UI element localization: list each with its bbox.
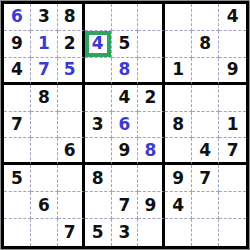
given-digit: 3: [92, 116, 104, 133]
given-digit: 6: [64, 142, 76, 159]
cell-r4c6[interactable]: 2: [138, 85, 165, 112]
cell-r8c7[interactable]: 4: [165, 192, 192, 219]
cell-r9c3[interactable]: 7: [58, 219, 85, 246]
given-digit: 2: [64, 35, 76, 52]
cell-r6c5[interactable]: 9: [112, 138, 139, 165]
cell-r4c3[interactable]: [58, 85, 85, 112]
given-digit: 3: [119, 224, 131, 241]
cell-r7c3[interactable]: [58, 165, 85, 192]
given-digit: 1: [172, 61, 184, 78]
given-digit: 4: [11, 61, 23, 78]
cell-r1c9[interactable]: 4: [219, 4, 246, 31]
given-digit: 1: [227, 116, 239, 133]
user-digit: 5: [64, 61, 76, 78]
cell-r7c2[interactable]: [31, 165, 58, 192]
cell-r6c7[interactable]: [165, 138, 192, 165]
cell-r6c4[interactable]: [85, 138, 112, 165]
cell-r3c4[interactable]: [85, 58, 112, 85]
given-digit: 8: [199, 35, 211, 52]
cell-r4c1[interactable]: [4, 85, 31, 112]
cell-r8c6[interactable]: 9: [138, 192, 165, 219]
user-digit: 1: [38, 35, 50, 52]
cell-r1c2[interactable]: 3: [31, 4, 58, 31]
given-digit: 9: [227, 61, 239, 78]
cell-r8c8[interactable]: [192, 192, 219, 219]
cell-r2c6[interactable]: [138, 31, 165, 58]
given-digit: 4: [227, 8, 239, 25]
cell-r3c5[interactable]: 8: [112, 58, 139, 85]
cell-r9c5[interactable]: 3: [112, 219, 139, 246]
cell-r2c5[interactable]: 5: [112, 31, 139, 58]
cell-r3c1[interactable]: 4: [4, 58, 31, 85]
cell-r9c8[interactable]: [192, 219, 219, 246]
cell-r7c7[interactable]: 9: [165, 165, 192, 192]
cell-r5c1[interactable]: 7: [4, 112, 31, 139]
cell-r5c6[interactable]: [138, 112, 165, 139]
sudoku-board-grid: 6384912458475819842736816984758976794753: [1, 1, 249, 249]
cell-r7c5[interactable]: [112, 165, 139, 192]
cell-r9c9[interactable]: [219, 219, 246, 246]
user-digit: 8: [119, 61, 131, 78]
given-digit: 4: [119, 89, 131, 106]
cell-r2c2[interactable]: 1: [31, 31, 58, 58]
cell-r1c6[interactable]: [138, 4, 165, 31]
given-digit: 7: [11, 116, 23, 133]
cell-r8c9[interactable]: [219, 192, 246, 219]
cell-r9c2[interactable]: [31, 219, 58, 246]
cell-r9c7[interactable]: [165, 219, 192, 246]
cell-r8c2[interactable]: 6: [31, 192, 58, 219]
given-digit: 5: [92, 224, 104, 241]
cell-r2c8[interactable]: 8: [192, 31, 219, 58]
given-digit: 9: [119, 142, 131, 159]
cell-r4c7[interactable]: [165, 85, 192, 112]
cell-r3c2[interactable]: 7: [31, 58, 58, 85]
given-digit: 9: [144, 197, 156, 214]
cell-r7c8[interactable]: 7: [192, 165, 219, 192]
given-digit: 7: [199, 170, 211, 187]
given-digit: 4: [172, 197, 184, 214]
cell-r1c1[interactable]: 6: [4, 4, 31, 31]
cell-r5c4[interactable]: 3: [85, 112, 112, 139]
cell-r5c8[interactable]: [192, 112, 219, 139]
cell-r4c5[interactable]: 4: [112, 85, 139, 112]
given-digit: 7: [227, 142, 239, 159]
cell-r1c8[interactable]: [192, 4, 219, 31]
given-digit: 2: [144, 89, 156, 106]
cell-r6c8[interactable]: 4: [192, 138, 219, 165]
cell-r1c5[interactable]: [112, 4, 139, 31]
cell-r8c5[interactable]: 7: [112, 192, 139, 219]
user-digit: 4: [92, 35, 104, 52]
cell-r6c2[interactable]: [31, 138, 58, 165]
cell-r9c6[interactable]: [138, 219, 165, 246]
user-digit: 8: [144, 142, 156, 159]
given-digit: 9: [11, 35, 23, 52]
given-digit: 7: [64, 224, 76, 241]
cell-r2c9[interactable]: [219, 31, 246, 58]
cell-r8c1[interactable]: [4, 192, 31, 219]
cell-r5c5[interactable]: 6: [112, 112, 139, 139]
given-digit: 8: [64, 8, 76, 25]
cell-r2c3[interactable]: 2: [58, 31, 85, 58]
cell-r6c6[interactable]: 8: [138, 138, 165, 165]
given-digit: 9: [172, 170, 184, 187]
cell-r1c7[interactable]: [165, 4, 192, 31]
cell-r6c1[interactable]: [4, 138, 31, 165]
given-digit: 4: [199, 142, 211, 159]
cell-r7c4[interactable]: 8: [85, 165, 112, 192]
cell-r9c4[interactable]: 5: [85, 219, 112, 246]
cell-r3c6[interactable]: [138, 58, 165, 85]
cell-r5c3[interactable]: [58, 112, 85, 139]
cell-r4c2[interactable]: 8: [31, 85, 58, 112]
cell-r5c9[interactable]: 1: [219, 112, 246, 139]
given-digit: 5: [11, 170, 23, 187]
cell-r3c7[interactable]: 1: [165, 58, 192, 85]
cell-r4c4[interactable]: [85, 85, 112, 112]
given-digit: 5: [119, 35, 131, 52]
user-digit: 7: [38, 61, 50, 78]
given-digit: 8: [38, 89, 50, 106]
selected-cell-r2c4[interactable]: 4: [85, 31, 112, 58]
cell-r9c1[interactable]: [4, 219, 31, 246]
cell-r2c1[interactable]: 9: [4, 31, 31, 58]
cell-r1c3[interactable]: 8: [58, 4, 85, 31]
given-digit: 6: [38, 197, 50, 214]
cell-r5c2[interactable]: [31, 112, 58, 139]
cell-r3c3[interactable]: 5: [58, 58, 85, 85]
cell-r6c3[interactable]: 6: [58, 138, 85, 165]
given-digit: 8: [92, 170, 104, 187]
given-digit: 8: [172, 116, 184, 133]
user-digit: 6: [119, 116, 131, 133]
sudoku-board: 6384912458475819842736816984758976794753: [0, 0, 250, 250]
cell-r2c7[interactable]: [165, 31, 192, 58]
cell-r8c3[interactable]: [58, 192, 85, 219]
cell-r7c1[interactable]: 5: [4, 165, 31, 192]
cell-r3c8[interactable]: [192, 58, 219, 85]
cell-r8c4[interactable]: [85, 192, 112, 219]
cell-r6c9[interactable]: 7: [219, 138, 246, 165]
cell-r7c6[interactable]: [138, 165, 165, 192]
given-digit: 3: [38, 8, 50, 25]
cell-r3c9[interactable]: 9: [219, 58, 246, 85]
user-digit: 6: [11, 8, 23, 25]
given-digit: 7: [119, 197, 131, 214]
cell-r1c4[interactable]: [85, 4, 112, 31]
cell-r7c9[interactable]: [219, 165, 246, 192]
cell-r5c7[interactable]: 8: [165, 112, 192, 139]
cell-r4c8[interactable]: [192, 85, 219, 112]
cell-r4c9[interactable]: [219, 85, 246, 112]
